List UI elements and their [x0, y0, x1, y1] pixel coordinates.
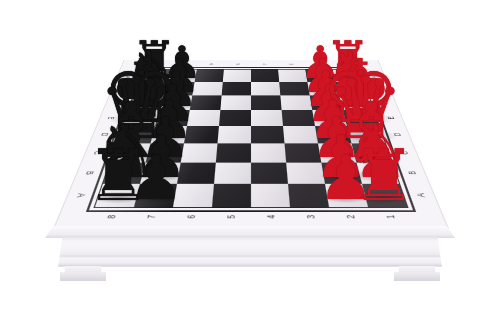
rank-label-back-4: 4 — [258, 58, 272, 70]
rank-label-front-6: 6 — [175, 204, 206, 230]
file-label-left-c: C — [78, 147, 117, 159]
rank-label-back-3: 3 — [284, 58, 299, 70]
square-c5[interactable] — [216, 143, 251, 162]
square-b4[interactable] — [251, 163, 288, 184]
square-h5[interactable] — [223, 70, 251, 82]
square-f7[interactable] — [159, 95, 192, 110]
square-b2[interactable] — [321, 163, 362, 184]
square-h4[interactable] — [251, 70, 279, 82]
square-e5[interactable] — [219, 110, 251, 126]
square-d6[interactable] — [184, 126, 219, 143]
rank-label-front-7: 7 — [134, 204, 167, 230]
square-d7[interactable] — [150, 126, 187, 143]
rank-label-front-2: 2 — [335, 204, 368, 230]
square-f2[interactable] — [310, 95, 343, 110]
rank-label-back-7: 7 — [176, 58, 192, 70]
rank-labels-front: 87654321 — [89, 208, 414, 226]
square-g2[interactable] — [307, 82, 339, 95]
square-h2[interactable] — [305, 70, 335, 82]
file-label-right-b: B — [392, 166, 433, 179]
file-label-right-e: E — [374, 113, 409, 123]
square-b3[interactable] — [286, 163, 325, 184]
file-label-right-g: G — [364, 84, 396, 92]
square-h7[interactable] — [166, 70, 196, 82]
rank-label-back-1: 1 — [336, 58, 353, 70]
rank-labels-back: 87654321 — [143, 61, 358, 67]
square-c2[interactable] — [318, 143, 356, 162]
file-label-left-a: A — [59, 188, 103, 203]
rank-label-back-6: 6 — [203, 58, 218, 70]
board-scene: 87654321 87654321 HGFEDCBA HGFEDCBA — [0, 0, 500, 333]
rank-label-front-1: 1 — [373, 204, 408, 230]
square-e7[interactable] — [155, 110, 190, 126]
square-g5[interactable] — [222, 82, 251, 95]
square-g3[interactable] — [279, 82, 310, 95]
square-c6[interactable] — [181, 143, 218, 162]
square-e6[interactable] — [187, 110, 220, 126]
rank-label-front-5: 5 — [216, 204, 245, 230]
file-label-right-f: F — [368, 98, 402, 107]
square-b6[interactable] — [177, 163, 216, 184]
square-d3[interactable] — [283, 126, 318, 143]
file-label-left-b: B — [69, 166, 110, 179]
rank-label-front-8: 8 — [93, 204, 128, 230]
square-c7[interactable] — [146, 143, 184, 162]
file-label-left-h: H — [112, 72, 143, 80]
rank-label-front-4: 4 — [257, 204, 286, 230]
rank-label-front-3: 3 — [296, 204, 327, 230]
square-g6[interactable] — [192, 82, 223, 95]
square-c4[interactable] — [251, 143, 286, 162]
square-f4[interactable] — [251, 95, 282, 110]
square-f3[interactable] — [280, 95, 312, 110]
chess-set-photo: 87654321 87654321 HGFEDCBA HGFEDCBA ♜♟♟♜… — [0, 0, 500, 333]
rank-label-back-2: 2 — [310, 58, 326, 70]
file-label-left-d: D — [86, 129, 123, 140]
file-label-left-f: F — [100, 98, 134, 107]
file-label-right-a: A — [399, 188, 443, 203]
square-b5[interactable] — [214, 163, 251, 184]
file-label-right-d: D — [379, 129, 416, 140]
square-h8[interactable] — [138, 70, 169, 82]
square-d5[interactable] — [217, 126, 251, 143]
square-g7[interactable] — [163, 82, 195, 95]
board-squares-grid — [95, 70, 407, 208]
square-b7[interactable] — [140, 163, 181, 184]
square-c3[interactable] — [285, 143, 322, 162]
square-f6[interactable] — [190, 95, 222, 110]
rank-label-back-5: 5 — [231, 58, 245, 70]
square-d4[interactable] — [251, 126, 285, 143]
square-h6[interactable] — [195, 70, 224, 82]
file-label-right-h: H — [359, 72, 390, 80]
file-label-left-g: G — [106, 84, 138, 92]
square-f5[interactable] — [220, 95, 251, 110]
square-g4[interactable] — [251, 82, 280, 95]
square-h3[interactable] — [278, 70, 307, 82]
square-d2[interactable] — [315, 126, 352, 143]
square-e4[interactable] — [251, 110, 283, 126]
chess-board: 87654321 87654321 HGFEDCBA HGFEDCBA — [54, 60, 447, 228]
square-g8[interactable] — [134, 82, 167, 95]
square-e3[interactable] — [282, 110, 315, 126]
square-e2[interactable] — [312, 110, 347, 126]
file-label-right-c: C — [385, 147, 424, 159]
file-label-left-e: E — [93, 113, 128, 123]
